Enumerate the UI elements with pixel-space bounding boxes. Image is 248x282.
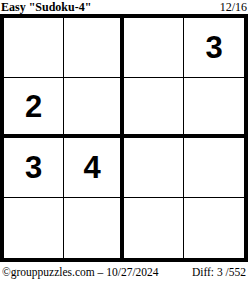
cell-r2c2 — [64, 78, 124, 138]
cell-r1c1 — [4, 18, 64, 78]
cell-r3c4 — [184, 138, 244, 198]
cell-r2c3 — [124, 78, 184, 138]
puzzle-counter: 12/16 — [220, 1, 247, 14]
difficulty-text: Diff: 3 /552 — [192, 266, 246, 278]
copyright-text: ©grouppuzzles.com – 10/27/2024 — [2, 266, 159, 278]
cell-r3c1: 3 — [4, 138, 64, 198]
puzzle-header: Easy "Sudoku-4" 12/16 — [0, 0, 248, 14]
cell-r4c2 — [64, 198, 124, 258]
cell-r3c3 — [124, 138, 184, 198]
cell-r1c3 — [124, 18, 184, 78]
cell-r1c2 — [64, 18, 124, 78]
cell-r2c1: 2 — [4, 78, 64, 138]
puzzle-page: Easy "Sudoku-4" 12/16 3 2 3 4 ©grouppuzz… — [0, 0, 248, 282]
cell-r2c4 — [184, 78, 244, 138]
cell-r3c2: 4 — [64, 138, 124, 198]
cell-r4c3 — [124, 198, 184, 258]
cell-r4c1 — [4, 198, 64, 258]
puzzle-footer: ©grouppuzzles.com – 10/27/2024 Diff: 3 /… — [0, 262, 248, 282]
sudoku-board: 3 2 3 4 — [0, 14, 248, 262]
puzzle-title: Easy "Sudoku-4" — [1, 1, 91, 14]
cell-r1c4: 3 — [184, 18, 244, 78]
cell-r4c4 — [184, 198, 244, 258]
